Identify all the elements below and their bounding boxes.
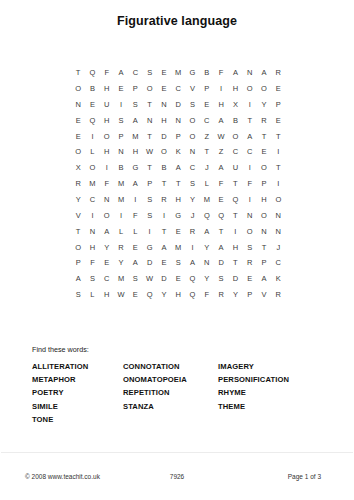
- grid-cell: H: [128, 144, 142, 160]
- grid-cell: I: [228, 224, 242, 240]
- grid-cell: R: [257, 113, 271, 129]
- word-list-item: CONNOTATION: [123, 360, 218, 373]
- grid-cell: E: [85, 97, 99, 113]
- grid-cell: P: [171, 128, 185, 144]
- grid-cell: P: [243, 287, 257, 303]
- grid-cell: P: [128, 81, 142, 97]
- grid-cell: F: [100, 65, 114, 81]
- grid-cell: G: [128, 160, 142, 176]
- grid-cell: R: [71, 176, 85, 192]
- grid-cell: T: [243, 113, 257, 129]
- word-list-column: CONNOTATIONONOMATOPOEIAREPETITIONSTANZA: [123, 360, 218, 426]
- grid-cell: N: [257, 224, 271, 240]
- grid-cell: N: [200, 255, 214, 271]
- grid-cell: W: [142, 271, 156, 287]
- grid-cell: D: [214, 255, 228, 271]
- grid-cell: E: [157, 255, 171, 271]
- grid-cell: Q: [85, 65, 99, 81]
- grid-cell: P: [71, 255, 85, 271]
- grid-cell: N: [243, 65, 257, 81]
- word-list-item: RHYME: [218, 386, 328, 399]
- grid-cell: E: [271, 81, 285, 97]
- grid-cell: Q: [214, 208, 228, 224]
- word-list-item: POETRY: [32, 386, 123, 399]
- grid-cell: F: [243, 176, 257, 192]
- grid-cell: W: [114, 287, 128, 303]
- grid-cell: T: [142, 160, 156, 176]
- grid-cell: O: [71, 144, 85, 160]
- grid-cell: S: [114, 113, 128, 129]
- grid-cell: Q: [85, 113, 99, 129]
- grid-cell: K: [271, 271, 285, 287]
- grid-cell: T: [228, 255, 242, 271]
- grid-cell: O: [85, 160, 99, 176]
- grid-cell: P: [200, 81, 214, 97]
- grid-cell: Y: [228, 287, 242, 303]
- grid-cell: F: [214, 65, 228, 81]
- grid-cell: Y: [257, 97, 271, 113]
- grid-cell: O: [257, 160, 271, 176]
- grid-cell: A: [257, 65, 271, 81]
- grid-cell: N: [157, 97, 171, 113]
- grid-cell: R: [271, 287, 285, 303]
- grid-cell: N: [271, 208, 285, 224]
- grid-cell: L: [200, 176, 214, 192]
- grid-cell: S: [171, 255, 185, 271]
- grid-cell: K: [171, 144, 185, 160]
- grid-cell: X: [71, 160, 85, 176]
- grid-cell: F: [100, 176, 114, 192]
- grid-cell: R: [185, 224, 199, 240]
- grid-cell: D: [157, 271, 171, 287]
- grid-cell: M: [171, 239, 185, 255]
- grid-cell: W: [214, 128, 228, 144]
- grid-cell: H: [100, 81, 114, 97]
- grid-cell: E: [214, 192, 228, 208]
- grid-cell: L: [85, 144, 99, 160]
- grid-cell: S: [142, 65, 156, 81]
- grid-cell: Y: [185, 192, 199, 208]
- grid-cell: O: [257, 208, 271, 224]
- grid-cell: E: [171, 224, 185, 240]
- grid-cell: S: [128, 271, 142, 287]
- grid-cell: I: [185, 239, 199, 255]
- grid-cell: E: [128, 239, 142, 255]
- grid-cell: I: [214, 81, 228, 97]
- grid-cell: O: [228, 128, 242, 144]
- grid-cell: M: [128, 128, 142, 144]
- grid-cell: N: [71, 97, 85, 113]
- grid-cell: C: [185, 160, 199, 176]
- grid-cell: N: [171, 113, 185, 129]
- grid-cell: H: [228, 239, 242, 255]
- grid-cell: R: [157, 192, 171, 208]
- grid-cell: S: [214, 271, 228, 287]
- grid-cell: H: [157, 113, 171, 129]
- grid-cell: C: [128, 65, 142, 81]
- grid-cell: W: [142, 144, 156, 160]
- grid-cell: R: [214, 287, 228, 303]
- grid-cell: A: [128, 255, 142, 271]
- grid-cell: I: [128, 192, 142, 208]
- grid-cell: A: [228, 65, 242, 81]
- grid-cell: C: [171, 81, 185, 97]
- grid-cell: O: [243, 224, 257, 240]
- grid-cell: H: [171, 287, 185, 303]
- grid-cell: I: [243, 97, 257, 113]
- grid-cell: T: [257, 239, 271, 255]
- grid-cell: E: [128, 287, 142, 303]
- grid-cell: A: [185, 255, 199, 271]
- grid-cell: R: [114, 239, 128, 255]
- grid-cell: P: [257, 176, 271, 192]
- grid-cell: A: [214, 113, 228, 129]
- grid-cell: T: [271, 160, 285, 176]
- grid-cell: D: [171, 97, 185, 113]
- footer: © 2008 www.teachit.co.uk 7926 Page 1 of …: [0, 473, 354, 485]
- grid-cell: A: [157, 239, 171, 255]
- word-list-item: STANZA: [123, 400, 218, 413]
- grid-cell: R: [243, 255, 257, 271]
- grid-cell: O: [257, 81, 271, 97]
- grid-cell: M: [114, 176, 128, 192]
- grid-cell: T: [214, 224, 228, 240]
- grid-cell: G: [185, 65, 199, 81]
- grid-cell: Q: [142, 287, 156, 303]
- grid-cell: Y: [200, 271, 214, 287]
- grid-cell: T: [142, 97, 156, 113]
- grid-cell: N: [85, 224, 99, 240]
- grid-cell: H: [85, 239, 99, 255]
- grid-cell: A: [200, 224, 214, 240]
- grid-cell: R: [271, 65, 285, 81]
- grid-cell: I: [100, 160, 114, 176]
- grid-cell: N: [243, 208, 257, 224]
- grid-cell: O: [185, 113, 199, 129]
- grid-cell: C: [85, 192, 99, 208]
- grid-cell: O: [271, 192, 285, 208]
- grid-cell: U: [100, 97, 114, 113]
- grid-cell: E: [271, 113, 285, 129]
- grid-cell: M: [114, 271, 128, 287]
- grid-cell: P: [142, 176, 156, 192]
- grid-cell: I: [157, 208, 171, 224]
- grid-cell: A: [71, 271, 85, 287]
- grid-cell: H: [171, 192, 185, 208]
- grid-cell: E: [71, 128, 85, 144]
- grid-cell: Y: [71, 192, 85, 208]
- grid-cell: N: [185, 144, 199, 160]
- grid-cell: O: [185, 128, 199, 144]
- grid-cell: A: [214, 239, 228, 255]
- grid-cell: T: [142, 128, 156, 144]
- grid-cell: S: [142, 208, 156, 224]
- grid-cell: E: [200, 97, 214, 113]
- grid-cell: F: [85, 255, 99, 271]
- grid-cell: A: [214, 160, 228, 176]
- grid-cell: Z: [200, 128, 214, 144]
- word-list-column: ALLITERATIONMETAPHORPOETRYSIMILETONE: [32, 360, 123, 426]
- grid-cell: I: [271, 144, 285, 160]
- grid-cell: T: [257, 128, 271, 144]
- grid-cell: I: [243, 192, 257, 208]
- grid-cell: A: [128, 113, 142, 129]
- grid-cell: T: [200, 144, 214, 160]
- grid-cell: M: [114, 192, 128, 208]
- grid-cell: T: [171, 176, 185, 192]
- grid-cell: Q: [185, 271, 199, 287]
- grid-cell: B: [228, 113, 242, 129]
- grid-cell: Z: [214, 144, 228, 160]
- grid-cell: D: [157, 128, 171, 144]
- grid-cell: A: [171, 160, 185, 176]
- grid-cell: F: [128, 208, 142, 224]
- grid-cell: P: [271, 97, 285, 113]
- grid-cell: A: [257, 271, 271, 287]
- grid-cell: S: [243, 239, 257, 255]
- grid-cell: J: [185, 208, 199, 224]
- grid-cell: C: [271, 255, 285, 271]
- grid-cell: H: [228, 81, 242, 97]
- grid-cell: H: [100, 144, 114, 160]
- grid-cell: E: [257, 144, 271, 160]
- grid-cell: T: [228, 208, 242, 224]
- grid-cell: N: [100, 192, 114, 208]
- word-list-item: ONOMATOPOEIA: [123, 373, 218, 386]
- grid-cell: H: [257, 192, 271, 208]
- grid-cell: B: [85, 81, 99, 97]
- grid-cell: D: [142, 255, 156, 271]
- grid-cell: O: [100, 128, 114, 144]
- grid-cell: V: [71, 208, 85, 224]
- grid-cell: A: [243, 128, 257, 144]
- grid-cell: O: [157, 144, 171, 160]
- footer-divider: [1, 452, 353, 453]
- grid-cell: E: [71, 113, 85, 129]
- grid-cell: T: [157, 176, 171, 192]
- grid-cell: N: [142, 113, 156, 129]
- grid-cell: E: [157, 65, 171, 81]
- grid-cell: Y: [100, 239, 114, 255]
- grid-cell: T: [157, 224, 171, 240]
- page-title: Figurative language: [0, 14, 354, 28]
- grid-cell: I: [142, 224, 156, 240]
- word-list: ALLITERATIONMETAPHORPOETRYSIMILETONECONN…: [32, 360, 328, 426]
- find-words-instruction: Find these words:: [32, 345, 89, 354]
- grid-cell: V: [257, 287, 271, 303]
- grid-cell: Q: [228, 192, 242, 208]
- word-list-item: SIMILE: [32, 400, 123, 413]
- grid-cell: F: [200, 287, 214, 303]
- grid-cell: O: [71, 81, 85, 97]
- grid-cell: G: [171, 208, 185, 224]
- grid-cell: E: [114, 81, 128, 97]
- grid-cell: U: [228, 160, 242, 176]
- word-list-item: PERSONIFICATION: [218, 373, 328, 386]
- word-list-item: REPETITION: [123, 386, 218, 399]
- grid-cell: P: [257, 255, 271, 271]
- word-list-item: METAPHOR: [32, 373, 123, 386]
- grid-cell: B: [157, 160, 171, 176]
- grid-cell: C: [228, 144, 242, 160]
- grid-cell: L: [128, 224, 142, 240]
- grid-cell: C: [243, 144, 257, 160]
- grid-cell: N: [114, 144, 128, 160]
- grid-cell: O: [142, 81, 156, 97]
- grid-cell: T: [71, 65, 85, 81]
- grid-cell: E: [171, 271, 185, 287]
- grid-cell: A: [100, 224, 114, 240]
- grid-cell: C: [100, 271, 114, 287]
- grid-cell: H: [100, 113, 114, 129]
- grid-cell: M: [85, 176, 99, 192]
- worksheet-page: Figurative language TQFACSEMGBFANAROBHEP…: [0, 0, 354, 500]
- grid-cell: L: [114, 224, 128, 240]
- grid-cell: A: [114, 65, 128, 81]
- word-search-grid: TQFACSEMGBFANAROBHEPOECVPIHOOENEUISTNDSE…: [71, 65, 285, 303]
- grid-cell: J: [200, 160, 214, 176]
- grid-cell: H: [214, 97, 228, 113]
- grid-cell: S: [185, 176, 199, 192]
- grid-cell: Q: [200, 208, 214, 224]
- grid-cell: I: [114, 208, 128, 224]
- page-number: Page 1 of 3: [288, 473, 321, 480]
- grid-cell: I: [85, 208, 99, 224]
- grid-cell: J: [271, 239, 285, 255]
- grid-cell: O: [100, 208, 114, 224]
- word-list-item: ALLITERATION: [32, 360, 123, 373]
- grid-cell: E: [100, 255, 114, 271]
- grid-cell: I: [114, 97, 128, 113]
- grid-cell: M: [200, 192, 214, 208]
- grid-cell: E: [157, 81, 171, 97]
- grid-cell: O: [243, 81, 257, 97]
- grid-cell: Y: [200, 239, 214, 255]
- grid-cell: D: [228, 271, 242, 287]
- grid-cell: S: [71, 287, 85, 303]
- word-list-item: IMAGERY: [218, 360, 328, 373]
- grid-cell: T: [271, 128, 285, 144]
- grid-cell: C: [200, 113, 214, 129]
- grid-cell: I: [85, 128, 99, 144]
- grid-cell: S: [142, 192, 156, 208]
- grid-cell: H: [100, 287, 114, 303]
- grid-cell: S: [185, 97, 199, 113]
- grid-cell: I: [271, 176, 285, 192]
- grid-cell: F: [214, 176, 228, 192]
- grid-cell: G: [142, 239, 156, 255]
- grid-cell: Q: [185, 287, 199, 303]
- word-list-item: TONE: [32, 413, 123, 426]
- grid-cell: M: [171, 65, 185, 81]
- grid-cell: X: [228, 97, 242, 113]
- grid-cell: L: [85, 287, 99, 303]
- grid-cell: Y: [157, 287, 171, 303]
- grid-cell: T: [228, 176, 242, 192]
- grid-cell: V: [185, 81, 199, 97]
- grid-cell: Y: [114, 255, 128, 271]
- grid-cell: N: [271, 224, 285, 240]
- grid-cell: S: [128, 97, 142, 113]
- word-list-column: IMAGERYPERSONIFICATIONRHYMETHEME: [218, 360, 328, 426]
- grid-cell: S: [85, 271, 99, 287]
- grid-cell: E: [243, 271, 257, 287]
- grid-cell: T: [71, 224, 85, 240]
- grid-cell: P: [114, 128, 128, 144]
- grid-cell: B: [200, 65, 214, 81]
- grid-cell: A: [128, 176, 142, 192]
- grid-cell: O: [71, 239, 85, 255]
- grid-cell: I: [243, 160, 257, 176]
- word-list-item: THEME: [218, 400, 328, 413]
- grid-cell: B: [114, 160, 128, 176]
